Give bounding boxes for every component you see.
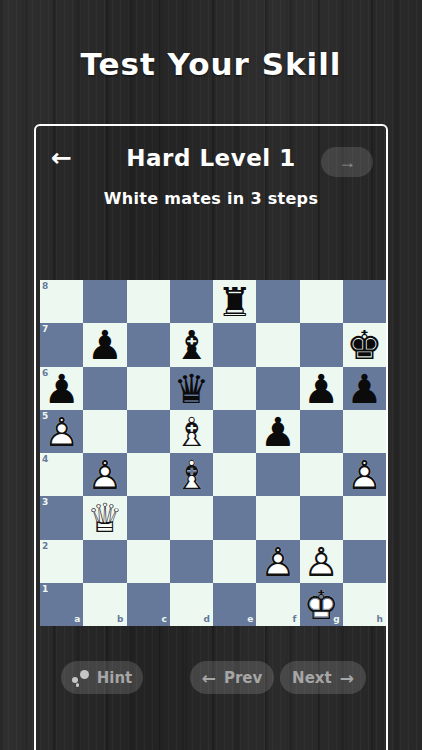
chess-board: 8♜7♟♝♚6♟♛♟♟5♟♙♝♗♟4♟♙♝♗♟♙3♛♕2♟♙♟♙1abcdefg… bbox=[40, 280, 386, 626]
piece-black-pawn-f5: ♟ bbox=[256, 410, 299, 453]
square-d5[interactable]: ♝♗ bbox=[170, 410, 213, 453]
file-label-c: c bbox=[161, 615, 166, 624]
square-f2[interactable]: ♟♙ bbox=[256, 540, 299, 583]
piece-white-pawn-h4: ♟♙ bbox=[343, 453, 386, 496]
square-f6[interactable] bbox=[256, 367, 299, 410]
file-label-e: e bbox=[247, 615, 253, 624]
square-a4[interactable]: 4 bbox=[40, 453, 83, 496]
square-g7[interactable] bbox=[300, 323, 343, 366]
square-c4[interactable] bbox=[127, 453, 170, 496]
screen: Test Your Skill ← Hard Level 1 → White m… bbox=[0, 0, 422, 750]
square-a8[interactable]: 8 bbox=[40, 280, 83, 323]
piece-white-pawn-f2: ♟♙ bbox=[256, 540, 299, 583]
prev-arrow-icon: ← bbox=[202, 668, 216, 688]
square-c5[interactable] bbox=[127, 410, 170, 453]
square-d1[interactable]: d bbox=[170, 583, 213, 626]
rank-label-3: 3 bbox=[42, 498, 48, 507]
square-d6[interactable]: ♛ bbox=[170, 367, 213, 410]
square-e2[interactable] bbox=[213, 540, 256, 583]
square-e7[interactable] bbox=[213, 323, 256, 366]
square-h7[interactable]: ♚ bbox=[343, 323, 386, 366]
next-button-label: Next bbox=[292, 669, 332, 687]
piece-black-bishop-d7: ♝ bbox=[170, 323, 213, 366]
piece-black-king-h7: ♚ bbox=[343, 323, 386, 366]
hint-dots-icon bbox=[72, 669, 89, 687]
rank-label-8: 8 bbox=[42, 282, 48, 291]
file-label-b: b bbox=[117, 615, 123, 624]
piece-white-pawn-a5: ♟♙ bbox=[40, 410, 83, 453]
square-f4[interactable] bbox=[256, 453, 299, 496]
square-e6[interactable] bbox=[213, 367, 256, 410]
square-h4[interactable]: ♟♙ bbox=[343, 453, 386, 496]
square-e3[interactable] bbox=[213, 496, 256, 539]
rank-label-7: 7 bbox=[42, 325, 48, 334]
square-h3[interactable] bbox=[343, 496, 386, 539]
square-g6[interactable]: ♟ bbox=[300, 367, 343, 410]
square-a3[interactable]: 3 bbox=[40, 496, 83, 539]
square-c2[interactable] bbox=[127, 540, 170, 583]
square-d4[interactable]: ♝♗ bbox=[170, 453, 213, 496]
piece-black-pawn-h6: ♟ bbox=[343, 367, 386, 410]
square-a1[interactable]: 1a bbox=[40, 583, 83, 626]
square-b2[interactable] bbox=[83, 540, 126, 583]
square-b3[interactable]: ♛♕ bbox=[83, 496, 126, 539]
square-g8[interactable] bbox=[300, 280, 343, 323]
piece-black-pawn-g6: ♟ bbox=[300, 367, 343, 410]
square-g5[interactable] bbox=[300, 410, 343, 453]
prev-button[interactable]: ← Prev bbox=[190, 661, 274, 694]
square-b7[interactable]: ♟ bbox=[83, 323, 126, 366]
hint-button-label: Hint bbox=[97, 669, 133, 687]
file-label-f: f bbox=[293, 615, 297, 624]
piece-white-pawn-b4: ♟♙ bbox=[83, 453, 126, 496]
square-f8[interactable] bbox=[256, 280, 299, 323]
square-c7[interactable] bbox=[127, 323, 170, 366]
file-label-h: h bbox=[377, 615, 383, 624]
square-f3[interactable] bbox=[256, 496, 299, 539]
square-f5[interactable]: ♟ bbox=[256, 410, 299, 453]
square-b5[interactable] bbox=[83, 410, 126, 453]
square-h5[interactable] bbox=[343, 410, 386, 453]
square-g2[interactable]: ♟♙ bbox=[300, 540, 343, 583]
hint-button[interactable]: Hint bbox=[61, 661, 143, 694]
square-e4[interactable] bbox=[213, 453, 256, 496]
square-c1[interactable]: c bbox=[127, 583, 170, 626]
piece-black-rook-e8: ♜ bbox=[213, 280, 256, 323]
square-b6[interactable] bbox=[83, 367, 126, 410]
file-label-d: d bbox=[204, 615, 210, 624]
square-h6[interactable]: ♟ bbox=[343, 367, 386, 410]
piece-black-pawn-a6: ♟ bbox=[40, 367, 83, 410]
square-e8[interactable]: ♜ bbox=[213, 280, 256, 323]
square-h2[interactable] bbox=[343, 540, 386, 583]
rank-label-2: 2 bbox=[42, 542, 48, 551]
next-arrow-icon: → bbox=[340, 668, 354, 688]
square-c8[interactable] bbox=[127, 280, 170, 323]
piece-black-queen-d6: ♛ bbox=[170, 367, 213, 410]
square-f7[interactable] bbox=[256, 323, 299, 366]
square-f1[interactable]: f bbox=[256, 583, 299, 626]
square-d3[interactable] bbox=[170, 496, 213, 539]
forward-arrow-icon: → bbox=[338, 152, 356, 172]
square-a2[interactable]: 2 bbox=[40, 540, 83, 583]
rank-label-1: 1 bbox=[42, 585, 48, 594]
square-a6[interactable]: 6♟ bbox=[40, 367, 83, 410]
piece-white-pawn-g2: ♟♙ bbox=[300, 540, 343, 583]
puzzle-card: ← Hard Level 1 → White mates in 3 steps … bbox=[34, 124, 388, 750]
piece-black-pawn-b7: ♟ bbox=[83, 323, 126, 366]
square-b1[interactable]: b bbox=[83, 583, 126, 626]
square-b8[interactable] bbox=[83, 280, 126, 323]
file-label-a: a bbox=[74, 615, 80, 624]
square-d7[interactable]: ♝ bbox=[170, 323, 213, 366]
square-d8[interactable] bbox=[170, 280, 213, 323]
app-title: Test Your Skill bbox=[0, 46, 422, 82]
square-a7[interactable]: 7 bbox=[40, 323, 83, 366]
square-d2[interactable] bbox=[170, 540, 213, 583]
square-e5[interactable] bbox=[213, 410, 256, 453]
prev-button-label: Prev bbox=[224, 669, 262, 687]
forward-button[interactable]: → bbox=[321, 147, 373, 177]
square-b4[interactable]: ♟♙ bbox=[83, 453, 126, 496]
square-g1[interactable]: g♚♔ bbox=[300, 583, 343, 626]
piece-white-bishop-d5: ♝♗ bbox=[170, 410, 213, 453]
piece-white-queen-b3: ♛♕ bbox=[83, 496, 126, 539]
square-h8[interactable] bbox=[343, 280, 386, 323]
square-g3[interactable] bbox=[300, 496, 343, 539]
puzzle-subtitle: White mates in 3 steps bbox=[36, 189, 386, 208]
square-e1[interactable]: e bbox=[213, 583, 256, 626]
square-h1[interactable]: h bbox=[343, 583, 386, 626]
square-a5[interactable]: 5♟♙ bbox=[40, 410, 83, 453]
square-c6[interactable] bbox=[127, 367, 170, 410]
piece-white-king-g1: ♚♔ bbox=[300, 583, 343, 626]
piece-white-bishop-d4: ♝♗ bbox=[170, 453, 213, 496]
next-button[interactable]: Next → bbox=[280, 661, 366, 694]
rank-label-4: 4 bbox=[42, 455, 48, 464]
square-c3[interactable] bbox=[127, 496, 170, 539]
square-g4[interactable] bbox=[300, 453, 343, 496]
